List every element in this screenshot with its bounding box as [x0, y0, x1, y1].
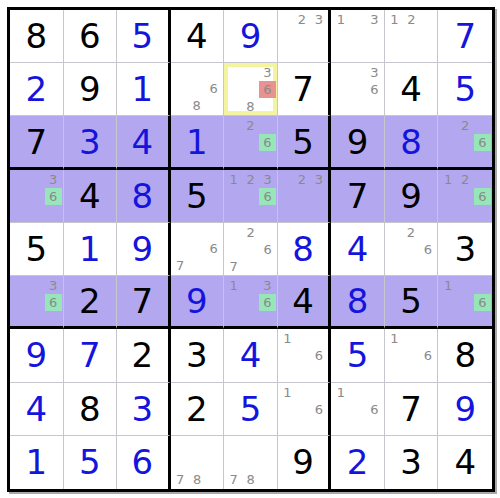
cell-r5c9[interactable]: 3 — [438, 223, 492, 276]
cell-r9c4[interactable]: 78 — [171, 436, 225, 489]
candidate-2: 2 — [457, 117, 474, 134]
given-digit: 3 — [385, 436, 438, 489]
given-digit: 4 — [278, 276, 329, 326]
cell-r5c5[interactable]: 267 — [224, 223, 278, 276]
candidate-1: 1 — [440, 171, 457, 188]
cell-r8c2[interactable]: 8 — [64, 383, 118, 436]
given-digit: 7 — [10, 116, 63, 166]
candidate-1: 1 — [225, 171, 242, 188]
cell-r1c6[interactable]: 23 — [278, 10, 332, 63]
given-digit: 4 — [438, 436, 492, 489]
cell-r5c1[interactable]: 5 — [10, 223, 64, 276]
candidate-6: 6 — [259, 134, 276, 151]
cell-r7c8[interactable]: 16 — [385, 329, 439, 382]
pencil-marks: 267 — [225, 224, 276, 274]
cell-r6c9[interactable]: 16 — [438, 276, 492, 329]
solved-digit: 5 — [331, 329, 384, 381]
pencil-marks: 26 — [225, 117, 276, 165]
given-digit: 7 — [278, 63, 329, 115]
given-digit: 8 — [438, 329, 492, 381]
pencil-marks: 78 — [225, 437, 276, 488]
candidate-3: 3 — [366, 64, 383, 81]
cell-r4c3[interactable]: 8 — [117, 170, 171, 223]
cell-r3c8[interactable]: 8 — [385, 116, 439, 169]
candidate-6: 6 — [310, 347, 327, 364]
candidate-2: 2 — [242, 171, 259, 188]
cell-r1c5[interactable]: 9 — [224, 10, 278, 63]
cell-r3c1[interactable]: 7 — [10, 116, 64, 169]
cell-r9c6[interactable]: 9 — [278, 436, 332, 489]
cell-r3c7[interactable]: 9 — [331, 116, 385, 169]
solved-digit: 9 — [10, 329, 63, 381]
pencil-marks: 67 — [172, 224, 223, 274]
candidate-6: 6 — [205, 240, 222, 257]
solved-digit: 5 — [438, 63, 492, 115]
candidate-1: 1 — [225, 277, 242, 294]
cell-r1c1[interactable]: 8 — [10, 10, 64, 63]
pencil-marks: 36 — [11, 171, 62, 221]
cell-r4c6[interactable]: 23 — [278, 170, 332, 223]
candidate-6: 6 — [205, 80, 222, 97]
given-digit: 9 — [331, 116, 384, 166]
candidate-1: 1 — [386, 11, 403, 28]
solved-digit: 4 — [224, 329, 277, 381]
cell-r2c1[interactable]: 2 — [10, 63, 64, 116]
given-digit: 2 — [64, 276, 117, 326]
pencil-marks: 68 — [172, 64, 223, 114]
cell-r5c4[interactable]: 67 — [171, 223, 225, 276]
cell-r7c4[interactable]: 3 — [171, 329, 225, 382]
pencil-marks: 78 — [172, 437, 223, 488]
given-digit: 9 — [64, 63, 117, 115]
cell-r8c8[interactable]: 7 — [385, 383, 439, 436]
cell-r2c9[interactable]: 5 — [438, 63, 492, 116]
cell-r8c4[interactable]: 2 — [171, 383, 225, 436]
given-digit: 7 — [117, 276, 168, 326]
cell-r7c2[interactable]: 7 — [64, 329, 118, 382]
cell-r5c3[interactable]: 9 — [117, 223, 171, 276]
pencil-marks: 136 — [225, 277, 276, 325]
cell-r5c8[interactable]: 26 — [385, 223, 439, 276]
candidate-1: 1 — [332, 11, 349, 28]
given-digit: 2 — [117, 329, 168, 381]
sudoku-board: 8654923131272916836873645734126598263648… — [7, 7, 495, 492]
solved-digit: 5 — [224, 383, 277, 435]
solved-digit: 8 — [278, 223, 329, 275]
candidate-6: 6 — [419, 347, 436, 364]
candidate-2: 2 — [403, 11, 420, 28]
candidate-1: 1 — [440, 277, 457, 294]
given-digit: 9 — [278, 436, 329, 489]
cell-r6c6[interactable]: 4 — [278, 276, 332, 329]
given-digit: 4 — [64, 170, 117, 222]
cell-r4c5[interactable]: 1236 — [224, 170, 278, 223]
cell-r2c3[interactable]: 1 — [117, 63, 171, 116]
cell-r9c1[interactable]: 1 — [10, 436, 64, 489]
given-digit: 4 — [171, 10, 224, 62]
pencil-marks: 23 — [279, 11, 328, 61]
cell-r9c7[interactable]: 2 — [331, 436, 385, 489]
cell-r8c5[interactable]: 5 — [224, 383, 278, 436]
solved-digit: 8 — [331, 276, 384, 326]
given-digit: 5 — [385, 276, 438, 326]
solved-digit: 2 — [331, 436, 384, 489]
cell-r7c9[interactable]: 8 — [438, 329, 492, 382]
cell-r1c8[interactable]: 12 — [385, 10, 439, 63]
candidate-2: 2 — [293, 171, 310, 188]
given-digit: 2 — [171, 383, 224, 435]
pencil-marks: 36 — [332, 64, 383, 114]
solved-digit: 7 — [64, 329, 117, 381]
candidate-6: 6 — [474, 294, 491, 311]
pencil-marks: 368 — [225, 64, 276, 114]
given-digit: 7 — [331, 170, 384, 222]
solved-digit: 4 — [10, 383, 63, 435]
candidate-1: 1 — [386, 330, 403, 347]
pencil-marks: 26 — [439, 117, 491, 165]
given-digit: 5 — [278, 116, 329, 166]
cell-r2c4[interactable]: 68 — [171, 63, 225, 116]
candidate-6: 6 — [366, 81, 383, 98]
cell-r7c3[interactable]: 2 — [117, 329, 171, 382]
solved-digit: 9 — [224, 10, 277, 62]
candidate-6: 6 — [366, 401, 383, 418]
solved-digit: 8 — [117, 170, 168, 222]
solved-digit: 1 — [10, 436, 63, 489]
cell-r3c9[interactable]: 26 — [438, 116, 492, 169]
cell-r9c2[interactable]: 5 — [64, 436, 118, 489]
given-digit: 9 — [385, 170, 438, 222]
cell-r6c5[interactable]: 136 — [224, 276, 278, 329]
cell-r8c3[interactable]: 3 — [117, 383, 171, 436]
solved-digit: 1 — [117, 63, 168, 115]
candidate-8: 8 — [189, 471, 206, 488]
cell-r8c1[interactable]: 4 — [10, 383, 64, 436]
candidate-6: 6 — [45, 188, 62, 205]
candidate-3: 3 — [45, 277, 62, 294]
candidate-6: 6 — [259, 81, 276, 98]
solved-digit: 1 — [171, 116, 224, 166]
candidate-6: 6 — [310, 401, 327, 418]
pencil-marks: 13 — [332, 11, 383, 61]
cell-r4c1[interactable]: 36 — [10, 170, 64, 223]
given-digit: 6 — [64, 10, 117, 62]
cell-r4c9[interactable]: 126 — [438, 170, 492, 223]
candidate-6: 6 — [474, 134, 491, 151]
candidate-6: 6 — [419, 241, 436, 258]
pencil-marks: 36 — [11, 277, 62, 325]
candidate-1: 1 — [279, 384, 296, 401]
cell-r7c7[interactable]: 5 — [331, 329, 385, 382]
cell-r2c2[interactable]: 9 — [64, 63, 118, 116]
cell-r9c5[interactable]: 78 — [224, 436, 278, 489]
candidate-2: 2 — [242, 117, 259, 134]
pencil-marks: 16 — [439, 277, 491, 325]
candidate-2: 2 — [457, 171, 474, 188]
solved-digit: 9 — [117, 223, 168, 275]
solved-digit: 5 — [117, 10, 168, 62]
solved-digit: 4 — [331, 223, 384, 275]
solved-digit: 5 — [64, 436, 117, 489]
candidate-1: 1 — [279, 330, 296, 347]
given-digit: 8 — [10, 10, 63, 62]
cell-r8c9[interactable]: 9 — [438, 383, 492, 436]
cell-r8c7[interactable]: 16 — [331, 383, 385, 436]
given-digit: 8 — [64, 383, 117, 435]
cell-r6c3[interactable]: 7 — [117, 276, 171, 329]
candidate-8: 8 — [242, 471, 259, 488]
candidate-2: 2 — [293, 11, 310, 28]
cell-r1c2[interactable]: 6 — [64, 10, 118, 63]
solved-digit: 6 — [117, 436, 168, 489]
pencil-marks: 16 — [279, 330, 328, 380]
solved-digit: 1 — [64, 223, 117, 275]
solved-digit: 4 — [117, 116, 168, 166]
cell-r3c2[interactable]: 3 — [64, 116, 118, 169]
cell-r3c5[interactable]: 26 — [224, 116, 278, 169]
solved-digit: 8 — [385, 116, 438, 166]
given-digit: 7 — [385, 383, 438, 435]
candidate-3: 3 — [259, 277, 276, 294]
cell-r4c8[interactable]: 9 — [385, 170, 439, 223]
solved-digit: 3 — [117, 383, 168, 435]
candidate-8: 8 — [188, 97, 205, 114]
solved-digit: 9 — [438, 383, 492, 435]
cell-r9c9[interactable]: 4 — [438, 436, 492, 489]
pencil-marks: 16 — [386, 330, 437, 380]
cell-r1c9[interactable]: 7 — [438, 10, 492, 63]
cell-r7c5[interactable]: 4 — [224, 329, 278, 382]
candidate-7: 7 — [225, 258, 242, 275]
cell-r5c7[interactable]: 4 — [331, 223, 385, 276]
solved-digit: 7 — [438, 10, 492, 62]
candidate-6: 6 — [45, 294, 62, 311]
pencil-marks: 23 — [279, 171, 328, 221]
given-digit: 3 — [438, 223, 492, 275]
pencil-marks: 1236 — [225, 171, 276, 221]
pencil-marks: 126 — [439, 171, 491, 221]
cell-r4c4[interactable]: 5 — [171, 170, 225, 223]
cell-r5c6[interactable]: 8 — [278, 223, 332, 276]
given-digit: 5 — [171, 170, 224, 222]
given-digit: 4 — [385, 63, 438, 115]
cell-r6c8[interactable]: 5 — [385, 276, 439, 329]
cell-r7c6[interactable]: 16 — [278, 329, 332, 382]
cell-r2c6[interactable]: 7 — [278, 63, 332, 116]
candidate-3: 3 — [310, 11, 327, 28]
cell-r3c4[interactable]: 1 — [171, 116, 225, 169]
cell-r3c6[interactable]: 5 — [278, 116, 332, 169]
cell-r1c7[interactable]: 13 — [331, 10, 385, 63]
pencil-marks: 26 — [386, 224, 437, 274]
cell-r6c1[interactable]: 36 — [10, 276, 64, 329]
solved-digit: 9 — [171, 276, 224, 326]
candidate-3: 3 — [310, 171, 327, 188]
cell-r2c5[interactable]: 368 — [224, 63, 278, 116]
candidate-3: 3 — [366, 11, 383, 28]
cell-r5c2[interactable]: 1 — [64, 223, 118, 276]
solved-digit: 3 — [64, 116, 117, 166]
page: 8654923131272916836873645734126598263648… — [0, 0, 500, 492]
candidate-1: 1 — [332, 384, 349, 401]
candidate-7: 7 — [172, 471, 189, 488]
candidate-6: 6 — [259, 188, 276, 205]
candidate-2: 2 — [242, 224, 259, 241]
cell-r1c3[interactable]: 5 — [117, 10, 171, 63]
cell-r6c4[interactable]: 9 — [171, 276, 225, 329]
candidate-6: 6 — [259, 241, 276, 258]
solved-digit: 2 — [10, 63, 63, 115]
candidate-7: 7 — [225, 471, 242, 488]
cell-r4c7[interactable]: 7 — [331, 170, 385, 223]
cell-r8c6[interactable]: 16 — [278, 383, 332, 436]
pencil-marks: 16 — [332, 384, 383, 434]
candidate-3: 3 — [259, 64, 276, 81]
cell-r1c4[interactable]: 4 — [171, 10, 225, 63]
candidate-8: 8 — [242, 98, 259, 115]
candidate-3: 3 — [259, 171, 276, 188]
pencil-marks: 12 — [386, 11, 437, 61]
cell-r6c7[interactable]: 8 — [331, 276, 385, 329]
cell-r9c8[interactable]: 3 — [385, 436, 439, 489]
candidate-7: 7 — [172, 257, 189, 274]
cell-r9c3[interactable]: 6 — [117, 436, 171, 489]
cell-r7c1[interactable]: 9 — [10, 329, 64, 382]
candidate-6: 6 — [259, 294, 276, 311]
pencil-marks: 16 — [279, 384, 328, 434]
cell-r4c2[interactable]: 4 — [64, 170, 118, 223]
candidate-2: 2 — [402, 224, 419, 241]
cell-r6c2[interactable]: 2 — [64, 276, 118, 329]
given-digit: 3 — [171, 329, 224, 381]
cell-r2c8[interactable]: 4 — [385, 63, 439, 116]
candidate-6: 6 — [474, 188, 491, 205]
candidate-3: 3 — [45, 171, 62, 188]
cell-r2c7[interactable]: 36 — [331, 63, 385, 116]
given-digit: 5 — [10, 223, 63, 275]
cell-r3c3[interactable]: 4 — [117, 116, 171, 169]
